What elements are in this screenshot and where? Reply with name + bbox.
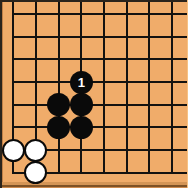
stone-white bbox=[24, 139, 47, 162]
grid-vline bbox=[171, 2, 173, 174]
stone-black bbox=[70, 116, 93, 139]
grid-hline bbox=[12, 104, 187, 106]
border-top bbox=[0, 0, 188, 2]
go-board[interactable]: 1 bbox=[0, 0, 188, 188]
grid-hline bbox=[12, 58, 187, 60]
grid-vline bbox=[58, 2, 60, 174]
grid-vline bbox=[126, 2, 128, 174]
grid-vline bbox=[148, 2, 150, 174]
grid-hline bbox=[12, 81, 187, 83]
grid-hline bbox=[12, 36, 187, 38]
grid-hline bbox=[12, 126, 187, 128]
stone-black-move-1: 1 bbox=[70, 71, 93, 94]
stone-white bbox=[2, 139, 25, 162]
stone-black bbox=[47, 116, 70, 139]
stone-black bbox=[70, 93, 93, 116]
shadow-bottom-light bbox=[2, 187, 189, 189]
grid-vline bbox=[103, 2, 105, 174]
move-number-label: 1 bbox=[78, 75, 85, 88]
edge-right-highlight bbox=[187, 0, 188, 188]
border-left-tan bbox=[2, 2, 4, 188]
grid-hline bbox=[12, 13, 187, 15]
